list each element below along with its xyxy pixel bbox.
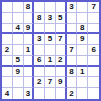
sudoku-cell-r1c7[interactable]: 3	[67, 2, 78, 13]
sudoku-cell-r5c4[interactable]	[34, 45, 45, 56]
sudoku-cell-r2c6[interactable]: 5	[56, 13, 67, 24]
sudoku-cell-r1c4[interactable]	[34, 2, 45, 13]
sudoku-cell-r9c6[interactable]	[56, 88, 67, 99]
sudoku-cell-r2c3[interactable]	[24, 13, 35, 24]
sudoku-cell-r2c7[interactable]	[67, 13, 78, 24]
sudoku-cell-r7c6[interactable]	[56, 67, 67, 78]
sudoku-cell-r8c2[interactable]	[13, 77, 24, 88]
sudoku-cell-r2c4[interactable]: 8	[34, 13, 45, 24]
sudoku-cell-r9c9[interactable]	[88, 88, 99, 99]
sudoku-cell-r5c7[interactable]: 7	[67, 45, 78, 56]
sudoku-cell-r3c4[interactable]	[34, 24, 45, 35]
sudoku-cell-r6c5[interactable]: 1	[45, 56, 56, 67]
sudoku-cell-r8c6[interactable]: 9	[56, 77, 67, 88]
sudoku-cell-r5c5[interactable]	[45, 45, 56, 56]
sudoku-cell-r8c8[interactable]	[77, 77, 88, 88]
sudoku-cell-r3c9[interactable]	[88, 24, 99, 35]
sudoku-cell-r7c2[interactable]: 9	[13, 67, 24, 78]
sudoku-cell-r9c3[interactable]: 3	[24, 88, 35, 99]
sudoku-cell-r1c1[interactable]	[2, 2, 13, 13]
sudoku-cell-r8c7[interactable]	[67, 77, 78, 88]
sudoku-cell-r8c1[interactable]	[2, 77, 13, 88]
sudoku-cell-r3c1[interactable]	[2, 24, 13, 35]
sudoku-cell-r7c5[interactable]	[45, 67, 56, 78]
sudoku-cell-r1c8[interactable]	[77, 2, 88, 13]
sudoku-cell-r3c8[interactable]: 8	[77, 24, 88, 35]
sudoku-cell-r4c9[interactable]	[88, 34, 99, 45]
sudoku-cell-r9c7[interactable]: 2	[67, 88, 78, 99]
sudoku-cell-r3c5[interactable]	[45, 24, 56, 35]
sudoku-cell-r4c7[interactable]	[67, 34, 78, 45]
sudoku-cell-r5c2[interactable]	[13, 45, 24, 56]
sudoku-cell-r7c9[interactable]	[88, 67, 99, 78]
sudoku-cell-r8c5[interactable]: 7	[45, 77, 56, 88]
sudoku-cell-r4c6[interactable]: 7	[56, 34, 67, 45]
sudoku-cell-r6c7[interactable]	[67, 56, 78, 67]
sudoku-cell-r7c4[interactable]	[34, 67, 45, 78]
sudoku-cell-r5c3[interactable]: 1	[24, 45, 35, 56]
sudoku-cell-r8c9[interactable]	[88, 77, 99, 88]
sudoku-cell-r9c8[interactable]	[77, 88, 88, 99]
sudoku-cell-r2c2[interactable]	[13, 13, 24, 24]
sudoku-cell-r4c5[interactable]: 5	[45, 34, 56, 45]
sudoku-cell-r1c5[interactable]	[45, 2, 56, 13]
sudoku-cell-r6c2[interactable]: 5	[13, 56, 24, 67]
sudoku-cell-r1c6[interactable]	[56, 2, 67, 13]
sudoku-cell-r5c8[interactable]	[77, 45, 88, 56]
sudoku-cell-r2c5[interactable]: 3	[45, 13, 56, 24]
sudoku-cell-r3c3[interactable]: 9	[24, 24, 35, 35]
sudoku-cell-r6c8[interactable]	[77, 56, 88, 67]
sudoku-cell-r6c4[interactable]: 6	[34, 56, 45, 67]
sudoku-cell-r3c6[interactable]	[56, 24, 67, 35]
sudoku-cell-r3c7[interactable]	[67, 24, 78, 35]
sudoku-cell-r4c8[interactable]: 9	[77, 34, 88, 45]
sudoku-cell-r4c1[interactable]	[2, 34, 13, 45]
sudoku-cell-r7c7[interactable]: 8	[67, 67, 78, 78]
sudoku-cell-r6c6[interactable]: 2	[56, 56, 67, 67]
sudoku-cell-r2c1[interactable]	[2, 13, 13, 24]
sudoku-cell-r1c3[interactable]: 8	[24, 2, 35, 13]
sudoku-cell-r5c1[interactable]: 2	[2, 45, 13, 56]
sudoku-cell-r9c1[interactable]: 4	[2, 88, 13, 99]
sudoku-cell-r5c6[interactable]	[56, 45, 67, 56]
sudoku-cell-r4c3[interactable]	[24, 34, 35, 45]
sudoku-cell-r6c3[interactable]	[24, 56, 35, 67]
sudoku-cell-r1c2[interactable]	[13, 2, 24, 13]
sudoku-cell-r2c8[interactable]	[77, 13, 88, 24]
sudoku-cell-r6c9[interactable]	[88, 56, 99, 67]
sudoku-cell-r7c8[interactable]: 1	[77, 67, 88, 78]
sudoku-cell-r4c2[interactable]	[13, 34, 24, 45]
sudoku-cell-r3c2[interactable]: 4	[13, 24, 24, 35]
sudoku-cell-r9c2[interactable]	[13, 88, 24, 99]
sudoku-board: 837835498357921765612981279432	[0, 0, 101, 101]
sudoku-cell-r8c4[interactable]: 2	[34, 77, 45, 88]
sudoku-cell-r7c3[interactable]	[24, 67, 35, 78]
sudoku-cell-r9c5[interactable]	[45, 88, 56, 99]
sudoku-cell-r2c9[interactable]	[88, 13, 99, 24]
sudoku-cell-r9c4[interactable]	[34, 88, 45, 99]
sudoku-cell-r8c3[interactable]	[24, 77, 35, 88]
sudoku-cell-r6c1[interactable]	[2, 56, 13, 67]
sudoku-cell-r4c4[interactable]: 3	[34, 34, 45, 45]
sudoku-cell-r7c1[interactable]	[2, 67, 13, 78]
sudoku-cell-r5c9[interactable]: 6	[88, 45, 99, 56]
sudoku-cell-r1c9[interactable]: 7	[88, 2, 99, 13]
